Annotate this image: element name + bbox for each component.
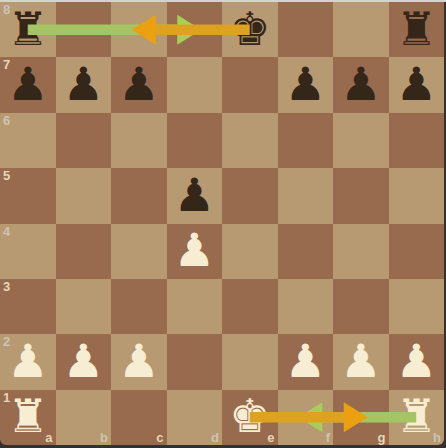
- square-c5[interactable]: [111, 168, 167, 223]
- square-e4[interactable]: [222, 224, 278, 279]
- rank-label-3: 3: [3, 279, 10, 294]
- square-h1[interactable]: h♜: [389, 390, 445, 445]
- square-c7[interactable]: ♟: [111, 57, 167, 112]
- square-f3[interactable]: [278, 279, 334, 334]
- square-b5[interactable]: [56, 168, 112, 223]
- square-c1[interactable]: c: [111, 390, 167, 445]
- chess-board-frame: 8♜♚♜7♟♟♟♟♟♟65♟4♟32♟♟♟♟♟♟1a♜bcde♚fgh♜: [0, 0, 446, 448]
- square-h8[interactable]: ♜: [389, 2, 445, 57]
- square-g5[interactable]: [333, 168, 389, 223]
- black-pawn[interactable]: ♟: [333, 56, 389, 111]
- square-h5[interactable]: [389, 168, 445, 223]
- white-pawn[interactable]: ♟: [56, 333, 112, 388]
- square-d3[interactable]: [167, 279, 223, 334]
- file-label-f: f: [326, 430, 330, 445]
- square-d1[interactable]: d: [167, 390, 223, 445]
- black-rook[interactable]: ♜: [0, 2, 56, 56]
- square-a8[interactable]: 8♜: [0, 2, 56, 57]
- square-c6[interactable]: [111, 113, 167, 168]
- square-g1[interactable]: g: [333, 390, 389, 445]
- square-f4[interactable]: [278, 224, 334, 279]
- square-d2[interactable]: [167, 334, 223, 389]
- square-g6[interactable]: [333, 113, 389, 168]
- black-pawn[interactable]: ♟: [111, 56, 167, 111]
- square-b2[interactable]: ♟: [56, 334, 112, 389]
- square-h6[interactable]: [389, 113, 445, 168]
- square-e6[interactable]: [222, 113, 278, 168]
- square-a5[interactable]: 5: [0, 168, 56, 223]
- square-h2[interactable]: ♟: [389, 334, 445, 389]
- square-g3[interactable]: [333, 279, 389, 334]
- black-pawn[interactable]: ♟: [278, 56, 334, 111]
- file-label-b: b: [100, 430, 108, 445]
- chess-board: 8♜♚♜7♟♟♟♟♟♟65♟4♟32♟♟♟♟♟♟1a♜bcde♚fgh♜: [0, 2, 444, 445]
- square-e3[interactable]: [222, 279, 278, 334]
- square-e7[interactable]: [222, 57, 278, 112]
- square-a6[interactable]: 6: [0, 113, 56, 168]
- square-f7[interactable]: ♟: [278, 57, 334, 112]
- square-f5[interactable]: [278, 168, 334, 223]
- square-e5[interactable]: [222, 168, 278, 223]
- square-e2[interactable]: [222, 334, 278, 389]
- white-pawn[interactable]: ♟: [167, 223, 223, 278]
- square-f8[interactable]: [278, 2, 334, 57]
- square-b4[interactable]: [56, 224, 112, 279]
- square-c2[interactable]: ♟: [111, 334, 167, 389]
- square-c8[interactable]: [111, 2, 167, 57]
- square-h7[interactable]: ♟: [389, 57, 445, 112]
- white-rook[interactable]: ♜: [0, 389, 56, 444]
- square-b7[interactable]: ♟: [56, 57, 112, 112]
- square-h3[interactable]: [389, 279, 445, 334]
- square-f1[interactable]: f: [278, 390, 334, 445]
- white-pawn[interactable]: ♟: [0, 333, 56, 388]
- rank-label-4: 4: [3, 224, 10, 239]
- rank-label-5: 5: [3, 168, 10, 183]
- square-g2[interactable]: ♟: [333, 334, 389, 389]
- square-a3[interactable]: 3: [0, 279, 56, 334]
- square-g4[interactable]: [333, 224, 389, 279]
- white-rook[interactable]: ♜: [389, 389, 445, 444]
- square-d4[interactable]: ♟: [167, 224, 223, 279]
- square-g8[interactable]: [333, 2, 389, 57]
- square-e8[interactable]: ♚: [222, 2, 278, 57]
- square-d7[interactable]: [167, 57, 223, 112]
- white-pawn[interactable]: ♟: [278, 333, 334, 388]
- file-label-g: g: [378, 430, 386, 445]
- black-rook[interactable]: ♜: [389, 2, 445, 56]
- square-a4[interactable]: 4: [0, 224, 56, 279]
- black-pawn[interactable]: ♟: [56, 56, 112, 111]
- square-f6[interactable]: [278, 113, 334, 168]
- square-d5[interactable]: ♟: [167, 168, 223, 223]
- rank-label-6: 6: [3, 113, 10, 128]
- square-a2[interactable]: 2♟: [0, 334, 56, 389]
- white-pawn[interactable]: ♟: [111, 333, 167, 388]
- black-pawn[interactable]: ♟: [0, 56, 56, 111]
- white-king[interactable]: ♚: [222, 389, 278, 444]
- square-f2[interactable]: ♟: [278, 334, 334, 389]
- square-a7[interactable]: 7♟: [0, 57, 56, 112]
- square-h4[interactable]: [389, 224, 445, 279]
- square-g7[interactable]: ♟: [333, 57, 389, 112]
- black-pawn[interactable]: ♟: [389, 56, 445, 111]
- square-b8[interactable]: [56, 2, 112, 57]
- square-d8[interactable]: [167, 2, 223, 57]
- white-pawn[interactable]: ♟: [389, 333, 445, 388]
- square-c4[interactable]: [111, 224, 167, 279]
- black-pawn[interactable]: ♟: [167, 167, 223, 222]
- square-d6[interactable]: [167, 113, 223, 168]
- square-c3[interactable]: [111, 279, 167, 334]
- square-b1[interactable]: b: [56, 390, 112, 445]
- square-a1[interactable]: 1a♜: [0, 390, 56, 445]
- black-king[interactable]: ♚: [222, 2, 278, 56]
- square-e1[interactable]: e♚: [222, 390, 278, 445]
- white-pawn[interactable]: ♟: [333, 333, 389, 388]
- file-label-c: c: [156, 430, 163, 445]
- square-b6[interactable]: [56, 113, 112, 168]
- file-label-d: d: [211, 430, 219, 445]
- square-b3[interactable]: [56, 279, 112, 334]
